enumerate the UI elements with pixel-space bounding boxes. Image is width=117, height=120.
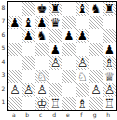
square-h7[interactable] xyxy=(103,16,117,30)
square-d1[interactable]: ♖ xyxy=(49,97,63,111)
rank-label-5: 5 xyxy=(0,42,7,56)
square-e5[interactable] xyxy=(62,43,76,57)
chess-board: ♚♜♝♞♜♟♝♟♛♟♞♟♟♟♟♙♙♗♘♘♕♙♙♙♙♙♔♖♗♖ xyxy=(7,1,117,111)
square-b3[interactable] xyxy=(22,70,36,84)
square-e6[interactable]: ♟ xyxy=(62,29,76,43)
square-g6[interactable] xyxy=(89,29,103,43)
square-b5[interactable] xyxy=(22,43,36,57)
black-pawn-d5[interactable]: ♟ xyxy=(49,43,63,57)
square-c2[interactable]: ♙ xyxy=(35,83,49,97)
square-e1[interactable] xyxy=(62,97,76,111)
square-f8[interactable]: ♝ xyxy=(76,2,90,16)
square-a5[interactable] xyxy=(8,43,22,57)
square-c1[interactable]: ♔ xyxy=(35,97,49,111)
black-knight-c6[interactable]: ♞ xyxy=(35,29,49,43)
square-e8[interactable] xyxy=(62,2,76,16)
white-knight-c3[interactable]: ♘ xyxy=(35,70,49,84)
rank-label-4: 4 xyxy=(0,55,7,69)
square-b8[interactable] xyxy=(22,2,36,16)
square-h8[interactable]: ♜ xyxy=(103,2,117,16)
white-pawn-f4[interactable]: ♙ xyxy=(76,56,90,70)
square-h4[interactable]: ♗ xyxy=(103,56,117,70)
square-g4[interactable] xyxy=(89,56,103,70)
square-f6[interactable]: ♟ xyxy=(76,29,90,43)
square-d6[interactable] xyxy=(49,29,63,43)
file-label-h: h xyxy=(102,111,116,120)
square-g8[interactable]: ♞ xyxy=(89,2,103,16)
white-bishop-h4[interactable]: ♗ xyxy=(103,56,117,70)
file-label-a: a xyxy=(7,111,21,120)
rank-label-6: 6 xyxy=(0,28,7,42)
square-h3[interactable]: ♕ xyxy=(103,70,117,84)
white-knight-f3[interactable]: ♘ xyxy=(76,70,90,84)
rank-label-7: 7 xyxy=(0,15,7,29)
square-c3[interactable]: ♘ xyxy=(35,70,49,84)
square-g2[interactable]: ♙ xyxy=(89,83,103,97)
square-f7[interactable] xyxy=(76,16,90,30)
square-g3[interactable] xyxy=(89,70,103,84)
square-a2[interactable]: ♙ xyxy=(8,83,22,97)
square-e3[interactable] xyxy=(62,70,76,84)
black-knight-g8[interactable]: ♞ xyxy=(89,2,103,16)
square-g1[interactable] xyxy=(89,97,103,111)
file-label-d: d xyxy=(48,111,62,120)
square-c6[interactable]: ♞ xyxy=(35,29,49,43)
square-a1[interactable] xyxy=(8,97,22,111)
white-king-c1[interactable]: ♔ xyxy=(35,97,49,111)
square-c7[interactable]: ♟ xyxy=(35,16,49,30)
square-f3[interactable]: ♘ xyxy=(76,70,90,84)
square-e2[interactable] xyxy=(62,83,76,97)
black-queen-d7[interactable]: ♛ xyxy=(49,16,63,30)
square-d2[interactable] xyxy=(49,83,63,97)
black-rook-d8[interactable]: ♜ xyxy=(49,2,63,16)
file-label-e: e xyxy=(61,111,75,120)
white-pawn-b2[interactable]: ♙ xyxy=(22,83,36,97)
square-e4[interactable] xyxy=(62,56,76,70)
rank-label-1: 1 xyxy=(0,96,7,110)
square-f5[interactable] xyxy=(76,43,90,57)
rank-label-8: 8 xyxy=(0,1,7,15)
rank-label-2: 2 xyxy=(0,82,7,96)
square-h2[interactable]: ♙ xyxy=(103,83,117,97)
square-g5[interactable] xyxy=(89,43,103,57)
black-pawn-f6[interactable]: ♟ xyxy=(76,29,90,43)
square-d5[interactable]: ♟ xyxy=(49,43,63,57)
square-a6[interactable] xyxy=(8,29,22,43)
black-rook-h8[interactable]: ♜ xyxy=(103,2,117,16)
file-label-g: g xyxy=(88,111,102,120)
square-b1[interactable] xyxy=(22,97,36,111)
square-b2[interactable]: ♙ xyxy=(22,83,36,97)
square-c8[interactable]: ♚ xyxy=(35,2,49,16)
file-label-b: b xyxy=(21,111,35,120)
white-pawn-h2[interactable]: ♙ xyxy=(103,83,117,97)
square-d3[interactable] xyxy=(49,70,63,84)
rank-label-3: 3 xyxy=(0,69,7,83)
square-h5[interactable]: ♟ xyxy=(103,43,117,57)
square-b7[interactable]: ♝ xyxy=(22,16,36,30)
file-label-f: f xyxy=(75,111,89,120)
black-king-c8[interactable]: ♚ xyxy=(35,2,49,16)
white-pawn-d4[interactable]: ♙ xyxy=(49,56,63,70)
square-a3[interactable] xyxy=(8,70,22,84)
black-pawn-c7[interactable]: ♟ xyxy=(35,16,49,30)
file-label-c: c xyxy=(34,111,48,120)
square-c5[interactable] xyxy=(35,43,49,57)
black-bishop-f8[interactable]: ♝ xyxy=(76,2,90,16)
white-pawn-g2[interactable]: ♙ xyxy=(89,83,103,97)
white-bishop-f1[interactable]: ♗ xyxy=(76,97,90,111)
black-pawn-e6[interactable]: ♟ xyxy=(62,29,76,43)
file-labels: abcdefgh xyxy=(7,111,115,120)
square-c4[interactable] xyxy=(35,56,49,70)
black-bishop-b7[interactable]: ♝ xyxy=(22,16,36,30)
chess-diagram: 87654321 ♚♜♝♞♜♟♝♟♛♟♞♟♟♟♟♙♙♗♘♘♕♙♙♙♙♙♔♖♗♖ … xyxy=(0,0,117,120)
square-g7[interactable] xyxy=(89,16,103,30)
white-queen-h3[interactable]: ♕ xyxy=(103,70,117,84)
white-pawn-c2[interactable]: ♙ xyxy=(35,83,49,97)
black-pawn-a7[interactable]: ♟ xyxy=(8,16,22,30)
black-pawn-b6[interactable]: ♟ xyxy=(22,29,36,43)
square-d4[interactable]: ♙ xyxy=(49,56,63,70)
white-pawn-a2[interactable]: ♙ xyxy=(8,83,22,97)
square-d8[interactable]: ♜ xyxy=(49,2,63,16)
square-f2[interactable] xyxy=(76,83,90,97)
square-b4[interactable] xyxy=(22,56,36,70)
rank-labels: 87654321 xyxy=(0,1,7,109)
square-d7[interactable]: ♛ xyxy=(49,16,63,30)
white-rook-h1[interactable]: ♖ xyxy=(103,97,117,111)
white-rook-d1[interactable]: ♖ xyxy=(49,97,63,111)
square-b6[interactable]: ♟ xyxy=(22,29,36,43)
square-h6[interactable] xyxy=(103,29,117,43)
black-pawn-h5[interactable]: ♟ xyxy=(103,43,117,57)
square-f4[interactable]: ♙ xyxy=(76,56,90,70)
square-a7[interactable]: ♟ xyxy=(8,16,22,30)
square-a4[interactable] xyxy=(8,56,22,70)
square-f1[interactable]: ♗ xyxy=(76,97,90,111)
square-h1[interactable]: ♖ xyxy=(103,97,117,111)
square-e7[interactable] xyxy=(62,16,76,30)
square-a8[interactable] xyxy=(8,2,22,16)
